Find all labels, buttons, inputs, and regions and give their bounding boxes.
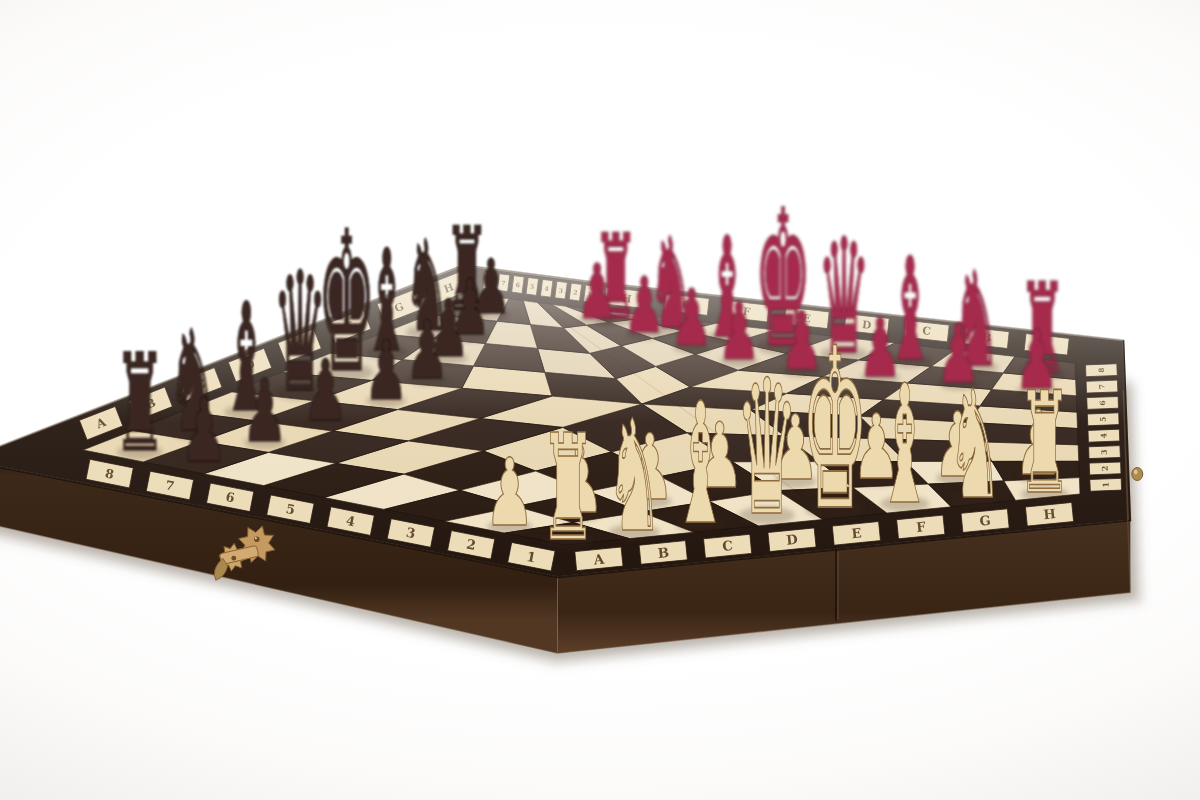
product-photo-stage: 12345678ABCDEFGH12345678ABCDEFGHABCDEFGH… (0, 0, 1200, 800)
coordinate-label: 4 (544, 285, 549, 292)
piece-white-knight: ♞ (606, 387, 663, 567)
piece-white-rook: ♜ (540, 402, 596, 574)
piece-black-pawn: ♟ (180, 380, 227, 482)
coordinate-label: 3 (558, 286, 563, 293)
piece-white-knight: ♞ (947, 358, 1003, 532)
piece-red-pawn: ♟ (577, 248, 618, 337)
coordinate-label: 2 (1100, 465, 1109, 471)
coordinate-label: 6 (1098, 400, 1107, 405)
coordinate-label: 3 (1100, 449, 1109, 455)
piece-black-pawn: ♟ (303, 341, 348, 439)
piece-black-rook: ♜ (114, 325, 166, 481)
piece-red-pawn: ♟ (671, 273, 713, 364)
piece-black-pawn: ♟ (241, 360, 287, 461)
right-knob (1132, 468, 1143, 481)
three-player-chessboard: 12345678ABCDEFGH12345678ABCDEFGHABCDEFGH… (0, 0, 1200, 800)
coordinate-label: 8 (1097, 367, 1106, 372)
piece-black-pawn: ♟ (364, 322, 408, 418)
piece-white-queen: ♛ (735, 340, 798, 557)
piece-white-bishop: ♝ (877, 349, 932, 540)
coordinate-label: 4 (1099, 433, 1108, 439)
coordinate-label: 5 (530, 283, 535, 290)
piece-white-king: ♚ (801, 300, 869, 558)
coordinate-label: 6 (515, 281, 520, 288)
coordinate-label: 7 (1097, 384, 1106, 389)
piece-white-rook: ♜ (1018, 362, 1072, 525)
coordinate-label: 5 (1099, 417, 1108, 423)
coordinate-label: 1 (1101, 482, 1111, 488)
piece-white-bishop: ♝ (672, 367, 728, 562)
piece-red-pawn: ♟ (624, 260, 665, 350)
piece-white-pawn: ♟ (484, 437, 534, 546)
piece-black-pawn: ♟ (406, 302, 449, 397)
